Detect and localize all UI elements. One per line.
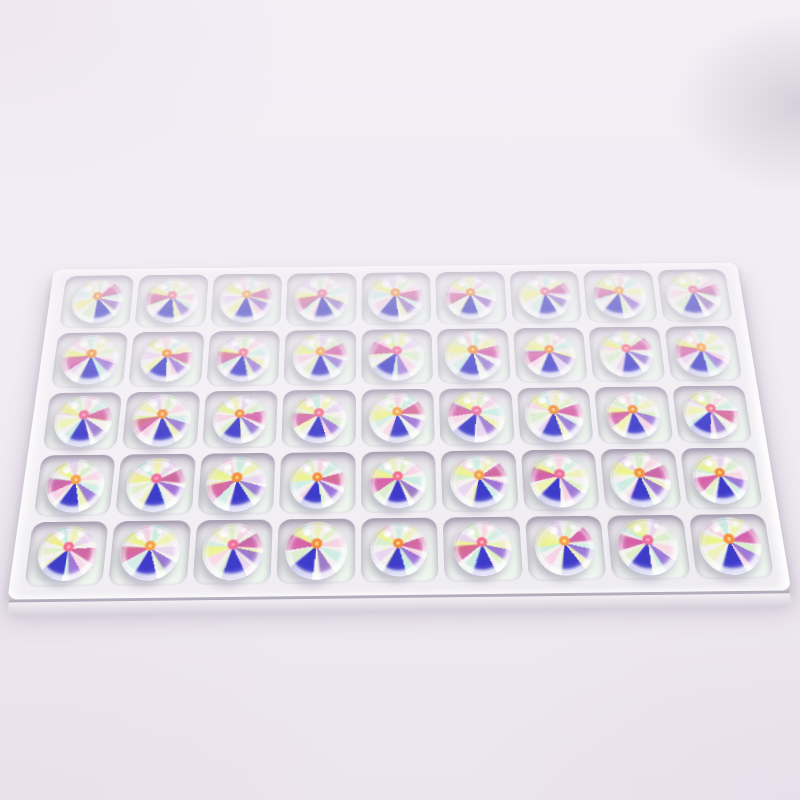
rhinestone <box>283 521 348 581</box>
tray-cell <box>279 452 355 514</box>
rhinestone <box>212 393 269 446</box>
tray-cell <box>115 454 195 516</box>
tray-cell <box>42 392 122 451</box>
rhinestone <box>140 334 194 384</box>
tray-cell <box>361 518 439 583</box>
tray-cell <box>193 520 274 585</box>
rhinestone <box>522 332 578 378</box>
rhinestone <box>682 389 742 440</box>
rhinestone <box>451 521 514 578</box>
rhinestone <box>218 277 275 323</box>
rhinestone <box>446 390 505 444</box>
tray-cell <box>135 274 209 327</box>
rhinestone <box>71 278 124 326</box>
rhinestone <box>367 273 426 323</box>
rhinestone <box>369 392 426 443</box>
tray-cell <box>664 326 743 381</box>
tray-cell <box>210 274 282 327</box>
rhinestone <box>606 450 675 509</box>
tray-cell <box>108 521 191 586</box>
tray-cell <box>437 328 511 384</box>
rhinestone <box>598 330 654 379</box>
rhinestone <box>204 456 269 513</box>
tray-cell <box>594 386 673 444</box>
tray-cell <box>656 269 733 322</box>
tray-cell <box>439 388 515 447</box>
rhinestone <box>530 452 590 509</box>
tray-cell <box>520 450 600 512</box>
rhinestone <box>129 394 194 448</box>
tray-cell <box>24 521 109 587</box>
rhinestone <box>450 455 510 508</box>
rhinestone <box>216 334 271 383</box>
tray-cell <box>680 448 764 510</box>
tray-cell <box>206 330 280 386</box>
rhinestone <box>522 388 588 444</box>
tray-cell <box>277 519 355 584</box>
rhinestone <box>51 395 114 448</box>
rhinestone <box>604 391 664 440</box>
rhinestone <box>534 520 597 576</box>
rhinestone <box>695 516 768 578</box>
tray-cell <box>361 272 431 325</box>
tray-cell <box>671 385 752 443</box>
tray-cell <box>129 331 205 387</box>
tray-cell <box>361 451 437 513</box>
rhinestone <box>367 331 426 382</box>
rhinestone <box>57 334 122 385</box>
tray-cell <box>284 330 356 386</box>
rhinestone <box>444 276 498 320</box>
tray-cell <box>606 515 690 580</box>
tray-cell <box>600 449 682 511</box>
rhinestone <box>670 328 735 379</box>
rhinestone <box>519 274 572 320</box>
rhinestone <box>589 272 651 321</box>
tray-cell <box>435 271 507 324</box>
tray-cell <box>361 389 435 448</box>
tray-cell <box>525 516 607 581</box>
tray-cell <box>513 327 588 383</box>
tray-cell <box>361 329 433 385</box>
rhinestone <box>291 393 347 445</box>
rhinestone <box>443 329 505 382</box>
rhinestone <box>288 455 348 511</box>
rhinestone <box>617 517 680 577</box>
rhinestone-tray <box>7 263 791 600</box>
tray-cell <box>202 390 278 449</box>
tray-grid <box>7 263 791 600</box>
tray-cell <box>443 517 523 582</box>
tray-perspective-wrap <box>7 263 791 600</box>
rhinestone <box>368 521 431 580</box>
tray-cell <box>59 275 135 328</box>
tray-cell <box>588 327 665 382</box>
tray-cell <box>197 453 275 515</box>
rhinestone <box>292 333 349 381</box>
tray-cell <box>34 455 117 517</box>
tray-cell <box>583 270 658 323</box>
tray-cell <box>509 271 582 324</box>
tray-cell <box>688 514 774 579</box>
tray-cell <box>516 387 593 445</box>
rhinestone <box>663 272 725 320</box>
rhinestone <box>33 525 101 582</box>
tray-cell <box>51 332 129 388</box>
rhinestone <box>44 457 105 514</box>
rhinestone <box>124 457 187 513</box>
tray-cell <box>122 391 200 450</box>
rhinestone <box>144 278 199 325</box>
rhinestone <box>201 523 264 582</box>
rhinestone <box>120 523 181 584</box>
rhinestone <box>369 455 429 509</box>
tray-cell <box>286 273 356 326</box>
tray-cell <box>282 389 356 448</box>
tray-cell <box>441 451 519 513</box>
rhinestone <box>690 453 753 504</box>
rhinestone <box>292 275 351 324</box>
